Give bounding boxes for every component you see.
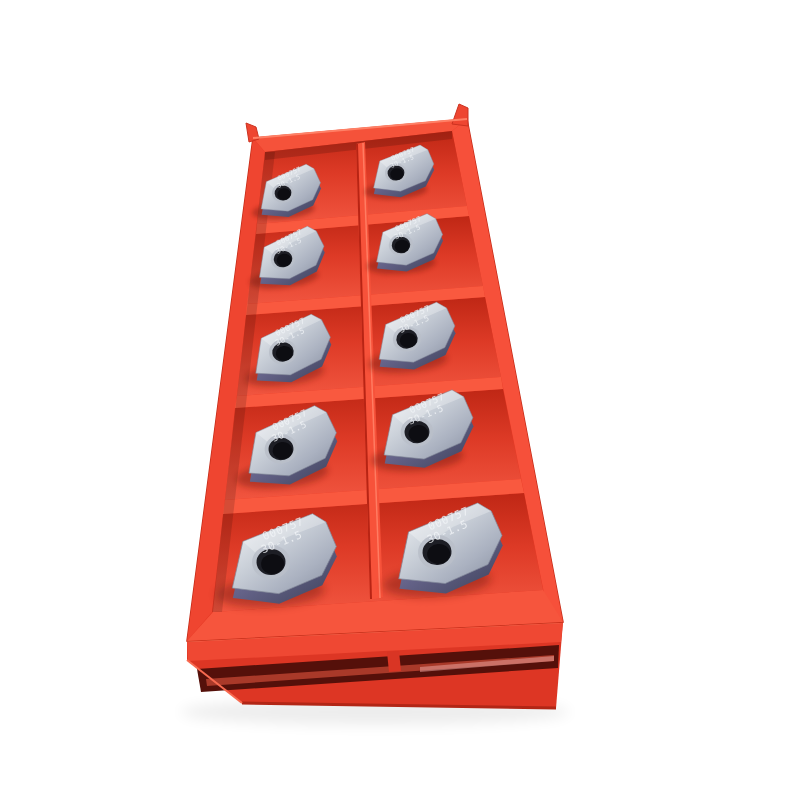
lid-slot-center-post (387, 651, 401, 672)
photo-canvas: 000757 30-1.5 (0, 0, 800, 800)
rim-fin-left (246, 123, 259, 142)
product-photo: 000757 30-1.5 (0, 0, 800, 800)
rim-fin-right (452, 104, 468, 126)
